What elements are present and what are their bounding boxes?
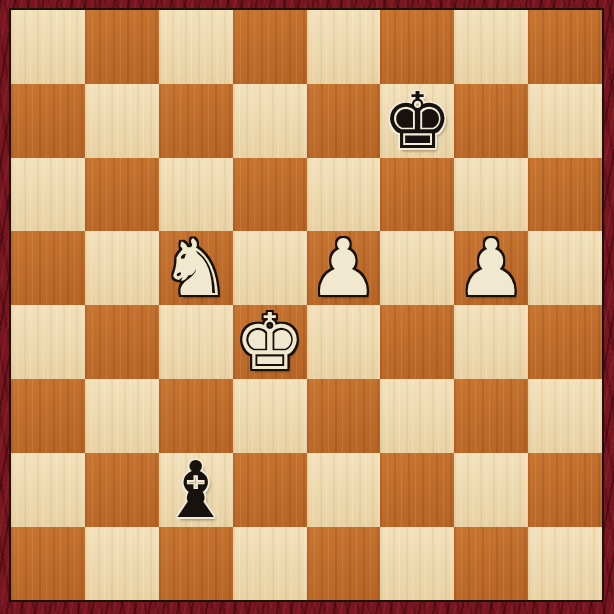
square-b8[interactable] bbox=[85, 10, 159, 84]
piece-black-bishop[interactable]: ♝ bbox=[161, 453, 231, 527]
square-a1[interactable] bbox=[11, 527, 85, 601]
square-e7[interactable] bbox=[307, 84, 381, 158]
square-f3[interactable] bbox=[380, 379, 454, 453]
square-a4[interactable] bbox=[11, 305, 85, 379]
square-f7[interactable]: ♚ bbox=[380, 84, 454, 158]
square-d1[interactable] bbox=[233, 527, 307, 601]
square-g8[interactable] bbox=[454, 10, 528, 84]
square-c4[interactable] bbox=[159, 305, 233, 379]
square-c3[interactable] bbox=[159, 379, 233, 453]
square-a3[interactable] bbox=[11, 379, 85, 453]
square-f2[interactable] bbox=[380, 453, 454, 527]
square-a2[interactable] bbox=[11, 453, 85, 527]
square-f4[interactable] bbox=[380, 305, 454, 379]
square-f8[interactable] bbox=[380, 10, 454, 84]
square-d7[interactable] bbox=[233, 84, 307, 158]
square-f1[interactable] bbox=[380, 527, 454, 601]
square-e1[interactable] bbox=[307, 527, 381, 601]
square-f5[interactable] bbox=[380, 231, 454, 305]
square-d3[interactable] bbox=[233, 379, 307, 453]
square-a7[interactable] bbox=[11, 84, 85, 158]
square-d6[interactable] bbox=[233, 158, 307, 232]
square-b1[interactable] bbox=[85, 527, 159, 601]
square-e2[interactable] bbox=[307, 453, 381, 527]
square-h2[interactable] bbox=[528, 453, 602, 527]
square-e5[interactable]: ♟ bbox=[307, 231, 381, 305]
square-d4[interactable]: ♚ bbox=[233, 305, 307, 379]
square-b5[interactable] bbox=[85, 231, 159, 305]
square-c8[interactable] bbox=[159, 10, 233, 84]
square-a6[interactable] bbox=[11, 158, 85, 232]
square-h8[interactable] bbox=[528, 10, 602, 84]
square-d2[interactable] bbox=[233, 453, 307, 527]
square-a5[interactable] bbox=[11, 231, 85, 305]
board-frame: ♚♞♟♟♚♝ bbox=[0, 0, 614, 614]
square-a8[interactable] bbox=[11, 10, 85, 84]
square-b2[interactable] bbox=[85, 453, 159, 527]
square-h1[interactable] bbox=[528, 527, 602, 601]
square-g4[interactable] bbox=[454, 305, 528, 379]
square-h7[interactable] bbox=[528, 84, 602, 158]
square-c7[interactable] bbox=[159, 84, 233, 158]
square-e3[interactable] bbox=[307, 379, 381, 453]
piece-white-king[interactable]: ♚ bbox=[235, 305, 305, 379]
square-c6[interactable] bbox=[159, 158, 233, 232]
square-e4[interactable] bbox=[307, 305, 381, 379]
square-b6[interactable] bbox=[85, 158, 159, 232]
square-b7[interactable] bbox=[85, 84, 159, 158]
square-g2[interactable] bbox=[454, 453, 528, 527]
square-d5[interactable] bbox=[233, 231, 307, 305]
square-c2[interactable]: ♝ bbox=[159, 453, 233, 527]
square-d8[interactable] bbox=[233, 10, 307, 84]
square-g3[interactable] bbox=[454, 379, 528, 453]
square-g1[interactable] bbox=[454, 527, 528, 601]
square-h3[interactable] bbox=[528, 379, 602, 453]
square-f6[interactable] bbox=[380, 158, 454, 232]
square-b4[interactable] bbox=[85, 305, 159, 379]
board-grid: ♚♞♟♟♚♝ bbox=[11, 10, 602, 600]
square-h4[interactable] bbox=[528, 305, 602, 379]
square-g6[interactable] bbox=[454, 158, 528, 232]
square-b3[interactable] bbox=[85, 379, 159, 453]
square-e8[interactable] bbox=[307, 10, 381, 84]
piece-white-pawn[interactable]: ♟ bbox=[308, 231, 378, 305]
square-e6[interactable] bbox=[307, 158, 381, 232]
square-g7[interactable] bbox=[454, 84, 528, 158]
piece-black-king[interactable]: ♚ bbox=[382, 84, 452, 158]
square-c1[interactable] bbox=[159, 527, 233, 601]
square-h6[interactable] bbox=[528, 158, 602, 232]
square-g5[interactable]: ♟ bbox=[454, 231, 528, 305]
square-c5[interactable]: ♞ bbox=[159, 231, 233, 305]
piece-white-pawn[interactable]: ♟ bbox=[456, 231, 526, 305]
square-h5[interactable] bbox=[528, 231, 602, 305]
piece-white-knight[interactable]: ♞ bbox=[161, 231, 231, 305]
